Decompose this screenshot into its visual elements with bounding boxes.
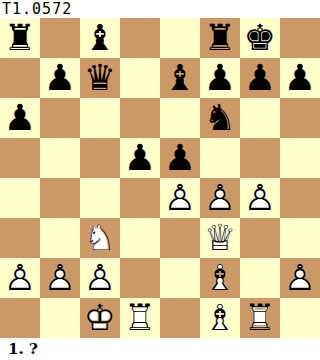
puzzle-screen: T1.0572 ♜♝♜♚♟♛♝♟♟♟♟♞♟♟♟♙♟♙♟♙♞♘♛♕♟♙♟♙♟♙♝♗… [0,0,320,360]
square-f3[interactable]: ♛♕ [200,218,240,258]
square-e7[interactable]: ♝ [160,58,200,98]
square-h5[interactable] [280,138,320,178]
square-a2[interactable]: ♟♙ [0,258,40,298]
square-f5[interactable] [200,138,240,178]
square-h2[interactable]: ♟♙ [280,258,320,298]
square-e2[interactable] [160,258,200,298]
square-d7[interactable] [120,58,160,98]
white-knight-icon: ♞♘ [80,218,120,258]
white-queen-icon: ♛♕ [200,218,240,258]
white-rook-icon: ♜♖ [240,298,280,338]
square-f7[interactable]: ♟ [200,58,240,98]
white-pawn-icon: ♟♙ [0,258,40,298]
square-d1[interactable]: ♜♖ [120,298,160,338]
square-b8[interactable] [40,18,80,58]
white-king-icon: ♚♔ [80,298,120,338]
square-c8[interactable]: ♝ [80,18,120,58]
square-a1[interactable] [0,298,40,338]
square-d3[interactable] [120,218,160,258]
square-e6[interactable] [160,98,200,138]
square-b4[interactable] [40,178,80,218]
square-d6[interactable] [120,98,160,138]
square-f6[interactable]: ♞ [200,98,240,138]
move-prompt: 1. ? [0,338,320,360]
square-g5[interactable] [240,138,280,178]
black-king-icon: ♚ [240,18,280,58]
square-d5[interactable]: ♟ [120,138,160,178]
square-g6[interactable] [240,98,280,138]
square-e5[interactable]: ♟ [160,138,200,178]
white-pawn-icon: ♟♙ [160,178,200,218]
square-c2[interactable]: ♟♙ [80,258,120,298]
square-b6[interactable] [40,98,80,138]
square-e4[interactable]: ♟♙ [160,178,200,218]
square-h4[interactable] [280,178,320,218]
square-h3[interactable] [280,218,320,258]
square-a7[interactable] [0,58,40,98]
square-e1[interactable] [160,298,200,338]
square-g1[interactable]: ♜♖ [240,298,280,338]
black-pawn-icon: ♟ [160,138,200,178]
black-pawn-icon: ♟ [240,58,280,98]
square-g2[interactable] [240,258,280,298]
black-rook-icon: ♜ [200,18,240,58]
white-pawn-icon: ♟♙ [40,258,80,298]
square-f2[interactable]: ♝♗ [200,258,240,298]
square-h6[interactable] [280,98,320,138]
black-pawn-icon: ♟ [200,58,240,98]
square-h8[interactable] [280,18,320,58]
square-b3[interactable] [40,218,80,258]
black-pawn-icon: ♟ [40,58,80,98]
square-c3[interactable]: ♞♘ [80,218,120,258]
square-a8[interactable]: ♜ [0,18,40,58]
square-e8[interactable] [160,18,200,58]
square-b2[interactable]: ♟♙ [40,258,80,298]
square-e3[interactable] [160,218,200,258]
black-pawn-icon: ♟ [120,138,160,178]
white-bishop-icon: ♝♗ [200,258,240,298]
square-a6[interactable]: ♟ [0,98,40,138]
square-f8[interactable]: ♜ [200,18,240,58]
square-b7[interactable]: ♟ [40,58,80,98]
square-c1[interactable]: ♚♔ [80,298,120,338]
black-queen-icon: ♛ [80,58,120,98]
square-f4[interactable]: ♟♙ [200,178,240,218]
puzzle-id-label: T1.0572 [0,0,320,18]
black-bishop-icon: ♝ [80,18,120,58]
square-g4[interactable]: ♟♙ [240,178,280,218]
square-a4[interactable] [0,178,40,218]
square-b5[interactable] [40,138,80,178]
square-a3[interactable] [0,218,40,258]
black-bishop-icon: ♝ [160,58,200,98]
white-bishop-icon: ♝♗ [200,298,240,338]
black-pawn-icon: ♟ [0,98,40,138]
square-h7[interactable]: ♟ [280,58,320,98]
square-g8[interactable]: ♚ [240,18,280,58]
black-rook-icon: ♜ [0,18,40,58]
square-c5[interactable] [80,138,120,178]
white-pawn-icon: ♟♙ [240,178,280,218]
square-d4[interactable] [120,178,160,218]
white-pawn-icon: ♟♙ [200,178,240,218]
white-rook-icon: ♜♖ [120,298,160,338]
square-c6[interactable] [80,98,120,138]
black-pawn-icon: ♟ [280,58,320,98]
square-d2[interactable] [120,258,160,298]
chess-board: ♜♝♜♚♟♛♝♟♟♟♟♞♟♟♟♙♟♙♟♙♞♘♛♕♟♙♟♙♟♙♝♗♟♙♚♔♜♖♝♗… [0,18,320,338]
square-g3[interactable] [240,218,280,258]
square-f1[interactable]: ♝♗ [200,298,240,338]
square-h1[interactable] [280,298,320,338]
square-b1[interactable] [40,298,80,338]
black-knight-icon: ♞ [200,98,240,138]
square-c7[interactable]: ♛ [80,58,120,98]
square-g7[interactable]: ♟ [240,58,280,98]
square-c4[interactable] [80,178,120,218]
square-d8[interactable] [120,18,160,58]
square-a5[interactable] [0,138,40,178]
white-pawn-icon: ♟♙ [80,258,120,298]
white-pawn-icon: ♟♙ [280,258,320,298]
